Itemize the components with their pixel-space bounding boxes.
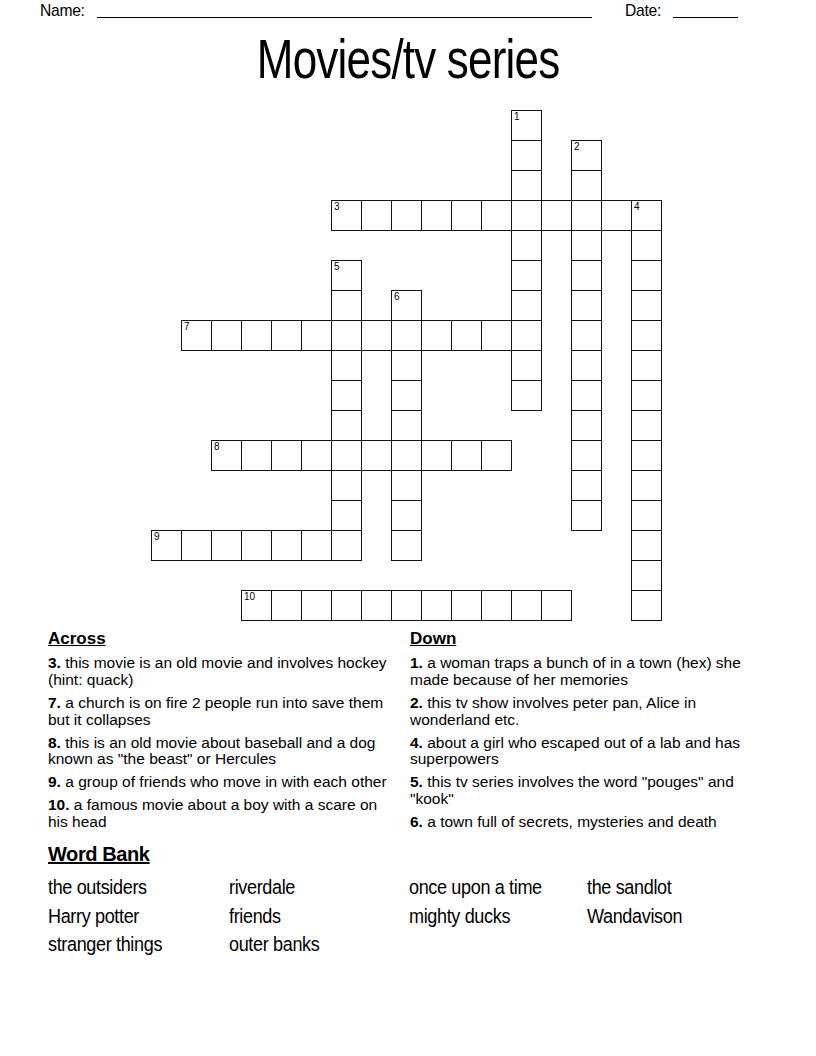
word-bank-grid: the outsidersriverdaleonce upon a timeth…: [48, 875, 778, 961]
grid-cell[interactable]: [631, 320, 662, 351]
clue-number: 10.: [48, 796, 70, 813]
grid-cell[interactable]: [631, 440, 662, 471]
clue-number: 6.: [410, 813, 423, 830]
grid-cell[interactable]: [601, 200, 632, 231]
grid-cell[interactable]: [361, 590, 392, 621]
grid-cell[interactable]: [571, 470, 602, 501]
cell-number: 3: [334, 201, 340, 212]
date-label: Date:: [625, 1, 664, 21]
grid-cell[interactable]: [571, 170, 602, 201]
clue-across-3: 3. this movie is an old movie and involv…: [48, 655, 397, 689]
cell-number: 9: [154, 531, 160, 542]
grid-cell[interactable]: [511, 230, 542, 261]
cell-number: 6: [394, 291, 400, 302]
grid-cell[interactable]: [631, 230, 662, 261]
clue-across-10: 10. a famous movie about a boy with a sc…: [48, 797, 397, 831]
cell-number: 10: [244, 591, 255, 602]
down-clues-section: Down 1. a woman traps a bunch of in a to…: [410, 629, 771, 837]
grid-cell[interactable]: [511, 260, 542, 291]
grid-cell[interactable]: [301, 320, 332, 351]
across-clues-section: Across 3. this movie is an old movie and…: [48, 629, 397, 837]
grid-cell[interactable]: [541, 590, 572, 621]
grid-cell[interactable]: [271, 530, 302, 561]
clue-number: 7.: [48, 694, 61, 711]
grid-cell[interactable]: [271, 590, 302, 621]
grid-cell[interactable]: [211, 320, 242, 351]
grid-cell[interactable]: [511, 320, 542, 351]
word-bank-item: stranger things: [48, 932, 207, 961]
grid-cell[interactable]: [301, 590, 332, 621]
clue-down-2: 2. this tv show involves peter pan, Alic…: [410, 695, 771, 729]
grid-cell[interactable]: [421, 320, 452, 351]
grid-cell[interactable]: [541, 200, 572, 231]
word-bank-item: riverdale: [229, 875, 387, 904]
grid-cell[interactable]: [631, 560, 662, 591]
clue-across-9: 9. a group of friends who move in with e…: [48, 774, 397, 791]
grid-cell[interactable]: 3: [331, 200, 362, 231]
grid-cell[interactable]: [511, 590, 542, 621]
grid-cell[interactable]: [631, 260, 662, 291]
grid-cell[interactable]: 7: [181, 320, 212, 351]
grid-cell[interactable]: [421, 200, 452, 231]
down-clue-list: 1. a woman traps a bunch of in a town (h…: [410, 655, 771, 831]
cell-number: 2: [574, 141, 580, 152]
clue-number: 4.: [410, 734, 423, 751]
grid-cell[interactable]: [451, 440, 482, 471]
grid-cell[interactable]: [331, 440, 362, 471]
clue-number: 2.: [410, 694, 423, 711]
grid-cell[interactable]: [391, 440, 422, 471]
word-bank-heading: Word Bank: [48, 843, 778, 866]
worksheet-page: Name: Date: Movies/tv series 12345678910…: [0, 0, 816, 1056]
grid-cell[interactable]: [481, 440, 512, 471]
page-title: Movies/tv series: [257, 31, 560, 89]
grid-cell[interactable]: [331, 380, 362, 411]
grid-cell[interactable]: [391, 590, 422, 621]
grid-cell[interactable]: [211, 530, 242, 561]
down-heading: Down: [410, 629, 771, 649]
title-wrap: Movies/tv series: [0, 31, 816, 89]
grid-cell[interactable]: [271, 440, 302, 471]
grid-cell[interactable]: 8: [211, 440, 242, 471]
grid-cell[interactable]: [241, 440, 272, 471]
crossword-grid: 12345678910: [151, 110, 663, 622]
grid-cell[interactable]: 1: [511, 110, 542, 141]
grid-cell[interactable]: 9: [151, 530, 182, 561]
cell-number: 7: [184, 321, 190, 332]
grid-cell[interactable]: [331, 350, 362, 381]
grid-cell[interactable]: [181, 530, 212, 561]
grid-cell[interactable]: [361, 320, 392, 351]
grid-cell[interactable]: [241, 320, 272, 351]
grid-cell[interactable]: [391, 410, 422, 441]
grid-cell[interactable]: [391, 500, 422, 531]
grid-cell[interactable]: [631, 290, 662, 321]
clue-number: 9.: [48, 773, 61, 790]
word-bank-item: the sandlot: [587, 875, 755, 904]
grid-cell[interactable]: [571, 200, 602, 231]
grid-cell[interactable]: 6: [391, 290, 422, 321]
clue-number: 1.: [410, 654, 423, 671]
word-bank-item: once upon a time: [409, 875, 566, 904]
grid-cell[interactable]: [331, 410, 362, 441]
grid-cell[interactable]: [571, 500, 602, 531]
grid-cell[interactable]: 2: [571, 140, 602, 171]
word-bank-section: Word Bank the outsidersriverdaleonce upo…: [48, 843, 778, 961]
grid-cell[interactable]: [511, 350, 542, 381]
grid-cell[interactable]: [631, 530, 662, 561]
clue-across-7: 7. a church is on fire 2 people run into…: [48, 695, 397, 729]
name-label: Name:: [40, 1, 89, 21]
grid-cell[interactable]: [511, 170, 542, 201]
grid-cell[interactable]: [631, 470, 662, 501]
grid-cell[interactable]: 10: [241, 590, 272, 621]
grid-cell[interactable]: [481, 590, 512, 621]
grid-cell[interactable]: [451, 320, 482, 351]
word-bank-item: mighty ducks: [409, 904, 566, 933]
grid-cell[interactable]: [631, 380, 662, 411]
grid-cell[interactable]: [361, 440, 392, 471]
clue-across-8: 8. this is an old movie about baseball a…: [48, 735, 397, 769]
clue-down-1: 1. a woman traps a bunch of in a town (h…: [410, 655, 771, 689]
clue-down-6: 6. a town full of secrets, mysteries and…: [410, 814, 771, 831]
grid-cell[interactable]: 5: [331, 260, 362, 291]
grid-cell[interactable]: [391, 200, 422, 231]
word-bank-item: Wandavison: [587, 904, 755, 933]
grid-cell[interactable]: [511, 200, 542, 231]
grid-cell[interactable]: [571, 380, 602, 411]
grid-cell[interactable]: [331, 500, 362, 531]
date-blank-line: [673, 17, 738, 18]
across-heading: Across: [48, 629, 397, 649]
grid-cell[interactable]: [331, 590, 362, 621]
grid-cell[interactable]: [331, 470, 362, 501]
grid-cell[interactable]: [331, 530, 362, 561]
cell-number: 1: [514, 111, 520, 122]
word-bank-item: friends: [229, 904, 387, 933]
word-bank-item: outer banks: [229, 932, 387, 961]
clue-number: 5.: [410, 773, 423, 790]
grid-cell[interactable]: [571, 410, 602, 441]
name-blank-line: [97, 17, 592, 18]
grid-cell[interactable]: [421, 590, 452, 621]
clue-number: 8.: [48, 734, 61, 751]
grid-cell[interactable]: [481, 200, 512, 231]
grid-cell[interactable]: 4: [631, 200, 662, 231]
grid-cell[interactable]: [481, 320, 512, 351]
cell-number: 5: [334, 261, 340, 272]
clue-number: 3.: [48, 654, 61, 671]
grid-cell[interactable]: [451, 200, 482, 231]
grid-cell[interactable]: [631, 410, 662, 441]
word-bank-item: the outsiders: [48, 875, 207, 904]
grid-cell[interactable]: [391, 350, 422, 381]
grid-cell[interactable]: [571, 290, 602, 321]
grid-cell[interactable]: [631, 350, 662, 381]
grid-cell[interactable]: [571, 230, 602, 261]
grid-cell[interactable]: [331, 320, 362, 351]
grid-cell[interactable]: [271, 320, 302, 351]
grid-cell[interactable]: [451, 590, 482, 621]
across-clue-list: 3. this movie is an old movie and involv…: [48, 655, 397, 831]
grid-cell[interactable]: [391, 380, 422, 411]
grid-cell[interactable]: [391, 530, 422, 561]
grid-cell[interactable]: [571, 350, 602, 381]
clue-down-4: 4. about a girl who escaped out of a lab…: [410, 735, 771, 769]
grid-cell[interactable]: [361, 200, 392, 231]
cell-number: 8: [214, 441, 220, 452]
grid-cell[interactable]: [511, 380, 542, 411]
grid-cell[interactable]: [631, 590, 662, 621]
grid-cell[interactable]: [301, 530, 332, 561]
grid-cell[interactable]: [391, 320, 422, 351]
grid-cell[interactable]: [301, 440, 332, 471]
grid-cell[interactable]: [511, 290, 542, 321]
grid-cell[interactable]: [571, 440, 602, 471]
grid-cell[interactable]: [331, 290, 362, 321]
grid-cell[interactable]: [421, 440, 452, 471]
cell-number: 4: [634, 201, 640, 212]
grid-cell[interactable]: [391, 470, 422, 501]
grid-cell[interactable]: [241, 530, 272, 561]
grid-cell[interactable]: [571, 320, 602, 351]
grid-cell[interactable]: [571, 260, 602, 291]
word-bank-item: Harry potter: [48, 904, 207, 933]
clue-down-5: 5. this tv series involves the word "pou…: [410, 774, 771, 808]
grid-cell[interactable]: [511, 140, 542, 171]
grid-cell[interactable]: [631, 500, 662, 531]
